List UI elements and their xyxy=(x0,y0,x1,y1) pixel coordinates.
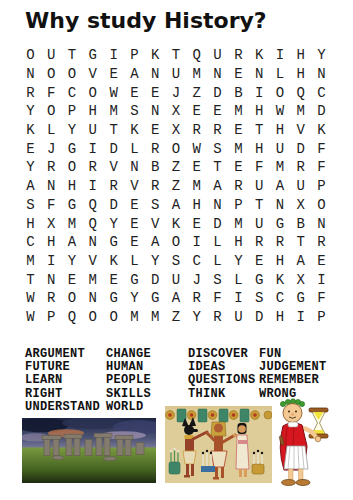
grid-cell-r3c8[interactable]: J xyxy=(166,83,187,102)
grid-cell-r4c5[interactable]: M xyxy=(103,102,124,121)
grid-cell-r6c12[interactable]: H xyxy=(249,139,270,158)
grid-cell-r15c12[interactable]: D xyxy=(249,308,270,327)
grid-cell-r4c12[interactable]: H xyxy=(249,102,270,121)
grid-cell-r12c14[interactable]: A xyxy=(290,252,311,271)
grid-cell-r5c15[interactable]: K xyxy=(311,121,332,140)
grid-cell-r9c7[interactable]: S xyxy=(145,196,166,215)
grid-cell-r5c6[interactable]: K xyxy=(124,121,145,140)
grid-cell-r1c10[interactable]: U xyxy=(207,46,228,65)
grid-cell-r6c9[interactable]: W xyxy=(186,139,207,158)
grid-cell-r8c4[interactable]: I xyxy=(82,177,103,196)
grid-cell-r10c6[interactable]: E xyxy=(124,214,145,233)
grid-cell-r14c14[interactable]: G xyxy=(290,289,311,308)
grid-cell-r12c3[interactable]: Y xyxy=(62,252,83,271)
grid-cell-r15c3[interactable]: Q xyxy=(62,308,83,327)
grid-cell-r13c14[interactable]: X xyxy=(290,270,311,289)
grid-cell-r7c8[interactable]: Z xyxy=(166,158,187,177)
grid-cell-r14c2[interactable]: R xyxy=(41,289,62,308)
grid-cell-r11c14[interactable]: T xyxy=(290,233,311,252)
head xyxy=(283,404,302,423)
grid-cell-r5c13[interactable]: H xyxy=(270,121,291,140)
grid-cell-r12c9[interactable]: C xyxy=(186,252,207,271)
grid-cell-r12c6[interactable]: L xyxy=(124,252,145,271)
grid-cell-r8c14[interactable]: U xyxy=(290,177,311,196)
sandal xyxy=(296,480,310,486)
grid-cell-r15c4[interactable]: O xyxy=(82,308,103,327)
grid-cell-r6c3[interactable]: G xyxy=(62,139,83,158)
grid-cell-r5c10[interactable]: R xyxy=(207,121,228,140)
grid-cell-r14c7[interactable]: G xyxy=(145,289,166,308)
grid-cell-r6c2[interactable]: J xyxy=(41,139,62,158)
grid-cell-r3c7[interactable]: E xyxy=(145,83,166,102)
grid-cell-r11c6[interactable]: E xyxy=(124,233,145,252)
grid-cell-r1c13[interactable]: I xyxy=(270,46,291,65)
grid-cell-r14c11[interactable]: I xyxy=(228,289,249,308)
grid-cell-r14c1[interactable]: W xyxy=(20,289,41,308)
grid-cell-r7c3[interactable]: O xyxy=(62,158,83,177)
grid-cell-r9c9[interactable]: H xyxy=(186,196,207,215)
grid-cell-r13c6[interactable]: G xyxy=(124,270,145,289)
grid-cell-r3c11[interactable]: B xyxy=(228,83,249,102)
grid-cell-r4c11[interactable]: M xyxy=(228,102,249,121)
grid-cell-r10c14[interactable]: B xyxy=(290,214,311,233)
grid-cell-r1c1[interactable]: O xyxy=(20,46,41,65)
word-list-column-3: DISCOVERIDEASQUESTIONSTHINK xyxy=(188,348,256,401)
grid-cell-r5c7[interactable]: E xyxy=(145,121,166,140)
grid-cell-r5c9[interactable]: R xyxy=(186,121,207,140)
grid-cell-r1c12[interactable]: K xyxy=(249,46,270,65)
grid-cell-r15c15[interactable]: P xyxy=(311,308,332,327)
word-people: PEOPLE xyxy=(106,374,151,387)
grid-cell-r6c14[interactable]: D xyxy=(290,139,311,158)
grid-cell-r8c10[interactable]: A xyxy=(207,177,228,196)
grid-cell-r7c5[interactable]: V xyxy=(103,158,124,177)
grid-cell-r9c1[interactable]: S xyxy=(20,196,41,215)
grid-cell-r10c9[interactable]: E xyxy=(186,214,207,233)
grid-cell-r10c12[interactable]: U xyxy=(249,214,270,233)
grid-cell-r5c14[interactable]: V xyxy=(290,121,311,140)
grid-cell-r7c6[interactable]: N xyxy=(124,158,145,177)
word-list-column-2: CHANGEHUMANPEOPLESKILLSWORLD xyxy=(106,348,151,414)
grid-cell-r2c10[interactable]: N xyxy=(207,65,228,84)
grid-cell-r11c15[interactable]: R xyxy=(311,233,332,252)
grid-cell-r6c1[interactable]: E xyxy=(20,139,41,158)
grid-cell-r12c5[interactable]: K xyxy=(103,252,124,271)
grid-cell-r6c11[interactable]: M xyxy=(228,139,249,158)
grid-cell-r13c8[interactable]: U xyxy=(166,270,187,289)
grid-cell-r2c11[interactable]: E xyxy=(228,65,249,84)
grid-cell-r7c1[interactable]: Y xyxy=(20,158,41,177)
grid-cell-r4c9[interactable]: E xyxy=(186,102,207,121)
grid-cell-r1c11[interactable]: R xyxy=(228,46,249,65)
grid-cell-r10c7[interactable]: V xyxy=(145,214,166,233)
grid-cell-r1c9[interactable]: Q xyxy=(186,46,207,65)
grid-cell-r14c10[interactable]: F xyxy=(207,289,228,308)
grid-cell-r2c5[interactable]: E xyxy=(103,65,124,84)
grid-cell-r8c5[interactable]: R xyxy=(103,177,124,196)
grid-cell-r11c13[interactable]: R xyxy=(270,233,291,252)
grid-cell-r13c13[interactable]: K xyxy=(270,270,291,289)
grid-cell-r13c10[interactable]: S xyxy=(207,270,228,289)
grid-cell-r11c4[interactable]: N xyxy=(82,233,103,252)
grid-cell-r6c8[interactable]: O xyxy=(166,139,187,158)
grid-cell-r15c6[interactable]: M xyxy=(124,308,145,327)
grid-cell-r9c8[interactable]: A xyxy=(166,196,187,215)
grid-cell-r14c9[interactable]: R xyxy=(186,289,207,308)
grid-cell-r14c13[interactable]: C xyxy=(270,289,291,308)
grid-cell-r2c15[interactable]: N xyxy=(311,65,332,84)
grid-cell-r7c11[interactable]: E xyxy=(228,158,249,177)
grid-cell-r12c11[interactable]: Y xyxy=(228,252,249,271)
grid-cell-r7c9[interactable]: E xyxy=(186,158,207,177)
grid-cell-r13c3[interactable]: E xyxy=(62,270,83,289)
grid-cell-r10c4[interactable]: Q xyxy=(82,214,103,233)
grid-cell-r5c8[interactable]: X xyxy=(166,121,187,140)
grid-cell-r10c3[interactable]: M xyxy=(62,214,83,233)
grid-cell-r12c15[interactable]: E xyxy=(311,252,332,271)
hand xyxy=(315,436,321,442)
grid-cell-r5c3[interactable]: Y xyxy=(62,121,83,140)
grid-cell-r2c8[interactable]: U xyxy=(166,65,187,84)
grid-cell-r7c7[interactable]: B xyxy=(145,158,166,177)
grid-cell-r3c6[interactable]: E xyxy=(124,83,145,102)
grid-cell-r9c12[interactable]: T xyxy=(249,196,270,215)
word-skills: SKILLS xyxy=(106,388,151,401)
grid-cell-r11c5[interactable]: G xyxy=(103,233,124,252)
tunic xyxy=(284,446,308,469)
grid-cell-r6c6[interactable]: L xyxy=(124,139,145,158)
grid-cell-r6c10[interactable]: S xyxy=(207,139,228,158)
grid-cell-r11c3[interactable]: A xyxy=(62,233,83,252)
grid-cell-r2c9[interactable]: M xyxy=(186,65,207,84)
grid-cell-r3c14[interactable]: Q xyxy=(290,83,311,102)
grid-cell-r8c11[interactable]: R xyxy=(228,177,249,196)
grid-cell-r1c8[interactable]: T xyxy=(166,46,187,65)
grid-cell-r7c10[interactable]: T xyxy=(207,158,228,177)
grid-cell-r3c10[interactable]: D xyxy=(207,83,228,102)
grid-cell-r15c8[interactable]: Z xyxy=(166,308,187,327)
grid-cell-r6c7[interactable]: R xyxy=(145,139,166,158)
grid-cell-r14c15[interactable]: F xyxy=(311,289,332,308)
grid-cell-r8c6[interactable]: V xyxy=(124,177,145,196)
grid-cell-r4c10[interactable]: E xyxy=(207,102,228,121)
grid-cell-r14c8[interactable]: A xyxy=(166,289,187,308)
grid-cell-r10c13[interactable]: G xyxy=(270,214,291,233)
grid-cell-r12c13[interactable]: H xyxy=(270,252,291,271)
grid-cell-r7c13[interactable]: M xyxy=(270,158,291,177)
grid-cell-r10c10[interactable]: D xyxy=(207,214,228,233)
word-remember: REMEMBER xyxy=(259,374,327,387)
grid-cell-r7c14[interactable]: R xyxy=(290,158,311,177)
grid-cell-r8c13[interactable]: A xyxy=(270,177,291,196)
grid-cell-r11c7[interactable]: A xyxy=(145,233,166,252)
stonehenge-photo xyxy=(22,418,156,483)
grid-cell-r12c1[interactable]: M xyxy=(20,252,41,271)
grid-cell-r15c1[interactable]: W xyxy=(20,308,41,327)
word-list-column-4: FUNJUDGEMENTREMEMBERWRONG xyxy=(259,348,327,401)
page-title: Why study History? xyxy=(25,8,267,33)
grid-cell-r10c2[interactable]: X xyxy=(41,214,62,233)
grid-cell-r2c14[interactable]: H xyxy=(290,65,311,84)
grid-cell-r3c1[interactable]: R xyxy=(20,83,41,102)
grid-cell-r9c3[interactable]: G xyxy=(62,196,83,215)
grid-cell-r5c5[interactable]: T xyxy=(103,121,124,140)
grid-cell-r15c5[interactable]: O xyxy=(103,308,124,327)
grid-cell-r2c3[interactable]: O xyxy=(62,65,83,84)
egyptian-papyrus-art xyxy=(165,406,272,483)
grid-cell-r15c7[interactable]: M xyxy=(145,308,166,327)
grid-cell-r7c4[interactable]: R xyxy=(82,158,103,177)
grid-cell-r8c3[interactable]: H xyxy=(62,177,83,196)
grid-cell-r14c5[interactable]: G xyxy=(103,289,124,308)
grid-cell-r4c2[interactable]: O xyxy=(41,102,62,121)
grid-cell-r2c12[interactable]: N xyxy=(249,65,270,84)
grid-cell-r12c7[interactable]: Y xyxy=(145,252,166,271)
grid-cell-r13c15[interactable]: I xyxy=(311,270,332,289)
grid-cell-r12c12[interactable]: E xyxy=(249,252,270,271)
grid-cell-r8c9[interactable]: M xyxy=(186,177,207,196)
grid-cell-r13c2[interactable]: N xyxy=(41,270,62,289)
grid-cell-r9c13[interactable]: N xyxy=(270,196,291,215)
grid-cell-r3c12[interactable]: I xyxy=(249,83,270,102)
grid-cell-r5c1[interactable]: K xyxy=(20,121,41,140)
grid-cell-r15c10[interactable]: R xyxy=(207,308,228,327)
grid-cell-r12c8[interactable]: S xyxy=(166,252,187,271)
grid-cell-r6c13[interactable]: U xyxy=(270,139,291,158)
grid-cell-r1c2[interactable]: U xyxy=(41,46,62,65)
grid-cell-r13c4[interactable]: M xyxy=(82,270,103,289)
grid-cell-r11c10[interactable]: L xyxy=(207,233,228,252)
grid-cell-r2c6[interactable]: A xyxy=(124,65,145,84)
grid-cell-r3c3[interactable]: C xyxy=(62,83,83,102)
grid-cell-r8c15[interactable]: P xyxy=(311,177,332,196)
grid-cell-r10c8[interactable]: K xyxy=(166,214,187,233)
grid-cell-r13c1[interactable]: T xyxy=(20,270,41,289)
grid-cell-r7c12[interactable]: F xyxy=(249,158,270,177)
grid-cell-r9c10[interactable]: N xyxy=(207,196,228,215)
grid-cell-r9c4[interactable]: Q xyxy=(82,196,103,215)
grid-cell-r4c14[interactable]: M xyxy=(290,102,311,121)
grid-cell-r4c13[interactable]: W xyxy=(270,102,291,121)
grid-cell-r7c2[interactable]: R xyxy=(41,158,62,177)
grid-cell-r10c5[interactable]: Y xyxy=(103,214,124,233)
grid-cell-r3c5[interactable]: W xyxy=(103,83,124,102)
grid-cell-r12c10[interactable]: L xyxy=(207,252,228,271)
grid-cell-r2c4[interactable]: V xyxy=(82,65,103,84)
grid-cell-r9c2[interactable]: F xyxy=(41,196,62,215)
grid-cell-r11c8[interactable]: O xyxy=(166,233,187,252)
grid-cell-r4c7[interactable]: N xyxy=(145,102,166,121)
grid-cell-r5c2[interactable]: L xyxy=(41,121,62,140)
grid-cell-r1c4[interactable]: G xyxy=(82,46,103,65)
grid-cell-r5c11[interactable]: E xyxy=(228,121,249,140)
grid-cell-r1c5[interactable]: I xyxy=(103,46,124,65)
grid-cell-r13c12[interactable]: G xyxy=(249,270,270,289)
grid-cell-r3c2[interactable]: F xyxy=(41,83,62,102)
grid-cell-r14c4[interactable]: N xyxy=(82,289,103,308)
grid-cell-r4c8[interactable]: X xyxy=(166,102,187,121)
word-world: WORLD xyxy=(106,401,151,414)
grid-cell-r6c5[interactable]: D xyxy=(103,139,124,158)
grid-cell-r9c14[interactable]: X xyxy=(290,196,311,215)
grid-cell-r10c1[interactable]: H xyxy=(20,214,41,233)
grid-cell-r12c2[interactable]: I xyxy=(41,252,62,271)
grid-cell-r8c8[interactable]: Z xyxy=(166,177,187,196)
grid-cell-r14c3[interactable]: O xyxy=(62,289,83,308)
grid-cell-r3c9[interactable]: Z xyxy=(186,83,207,102)
roman-figure-with-hourglass xyxy=(274,398,332,490)
grid-cell-r6c15[interactable]: F xyxy=(311,139,332,158)
grid-cell-r13c11[interactable]: L xyxy=(228,270,249,289)
grid-cell-r9c5[interactable]: D xyxy=(103,196,124,215)
sandal xyxy=(282,480,296,486)
grid-cell-r8c1[interactable]: A xyxy=(20,177,41,196)
grid-cell-r1c15[interactable]: Y xyxy=(311,46,332,65)
grid-cell-r6c4[interactable]: I xyxy=(82,139,103,158)
grid-cell-r15c11[interactable]: U xyxy=(228,308,249,327)
grid-cell-r7c15[interactable]: F xyxy=(311,158,332,177)
word-understand: UNDERSTAND xyxy=(25,401,100,414)
grid-cell-r2c2[interactable]: O xyxy=(41,65,62,84)
grid-cell-r3c15[interactable]: C xyxy=(311,83,332,102)
grid-cell-r1c7[interactable]: K xyxy=(145,46,166,65)
grid-cell-r3c4[interactable]: O xyxy=(82,83,103,102)
grid-cell-r5c12[interactable]: T xyxy=(249,121,270,140)
grid-cell-r9c6[interactable]: E xyxy=(124,196,145,215)
grid-cell-r8c12[interactable]: U xyxy=(249,177,270,196)
grid-cell-r9c11[interactable]: P xyxy=(228,196,249,215)
grid-cell-r1c3[interactable]: T xyxy=(62,46,83,65)
word-think: THINK xyxy=(188,388,256,401)
word-list-column-1: ARGUMENTFUTURELEARNRIGHTUNDERSTAND xyxy=(25,348,100,414)
grid-cell-r10c11[interactable]: M xyxy=(228,214,249,233)
grid-cell-r14c6[interactable]: Y xyxy=(124,289,145,308)
word-search-grid: OUTGIPKTQURKIHYNOOVEANUMNENLHNRFCOWEEJZD… xyxy=(20,46,332,326)
grid-cell-r10c15[interactable]: N xyxy=(311,214,332,233)
grid-cell-r2c1[interactable]: N xyxy=(20,65,41,84)
grid-cell-r15c13[interactable]: H xyxy=(270,308,291,327)
grid-cell-r2c7[interactable]: N xyxy=(145,65,166,84)
grid-cell-r4c3[interactable]: P xyxy=(62,102,83,121)
grid-cell-r8c7[interactable]: R xyxy=(145,177,166,196)
grid-cell-r11c12[interactable]: R xyxy=(249,233,270,252)
grid-cell-r4c1[interactable]: Y xyxy=(20,102,41,121)
grid-cell-r15c2[interactable]: P xyxy=(41,308,62,327)
grid-cell-r13c7[interactable]: D xyxy=(145,270,166,289)
grid-cell-r1c14[interactable]: H xyxy=(290,46,311,65)
grid-cell-r12c4[interactable]: V xyxy=(82,252,103,271)
grid-cell-r2c13[interactable]: L xyxy=(270,65,291,84)
grid-cell-r15c9[interactable]: Y xyxy=(186,308,207,327)
word-questions: QUESTIONS xyxy=(188,374,256,387)
grid-cell-r4c4[interactable]: H xyxy=(82,102,103,121)
grid-cell-r13c9[interactable]: J xyxy=(186,270,207,289)
word-right: RIGHT xyxy=(25,388,100,401)
grid-cell-r11c1[interactable]: C xyxy=(20,233,41,252)
grid-cell-r4c6[interactable]: S xyxy=(124,102,145,121)
grid-cell-r11c11[interactable]: H xyxy=(228,233,249,252)
grid-cell-r1c6[interactable]: P xyxy=(124,46,145,65)
grid-cell-r15c14[interactable]: I xyxy=(290,308,311,327)
grid-cell-r11c2[interactable]: H xyxy=(41,233,62,252)
grid-cell-r9c15[interactable]: O xyxy=(311,196,332,215)
word-learn: LEARN xyxy=(25,374,100,387)
grid-cell-r14c12[interactable]: S xyxy=(249,289,270,308)
grid-cell-r8c2[interactable]: N xyxy=(41,177,62,196)
grid-cell-r13c5[interactable]: E xyxy=(103,270,124,289)
grid-cell-r3c13[interactable]: O xyxy=(270,83,291,102)
grid-cell-r5c4[interactable]: U xyxy=(82,121,103,140)
grid-cell-r11c9[interactable]: I xyxy=(186,233,207,252)
grid-cell-r4c15[interactable]: D xyxy=(311,102,332,121)
